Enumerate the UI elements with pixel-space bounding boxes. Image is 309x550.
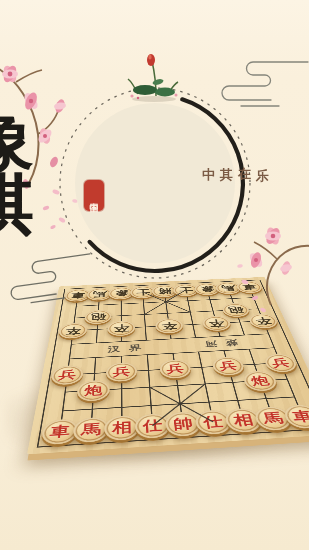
splash-screen[interactable]: 車馬象士將士象馬車砲砲卒卒卒卒卒兵兵兵兵兵炮炮車馬相仕帥仕相馬車 汉界 楚河 象… [0, 0, 309, 550]
app-title: 象 棋 [0, 110, 33, 237]
title-char-xiang: 象 [0, 110, 33, 173]
magnolia-branch-right-icon [231, 208, 309, 316]
lotus-pond-icon [124, 52, 186, 104]
china-seal-badge: 中国 [84, 180, 104, 211]
river-label-chu: 楚河 [195, 336, 240, 352]
tagline: 乐在其中 [199, 157, 271, 165]
river-label-han: 汉界 [107, 340, 150, 357]
logo-ring-icon [48, 76, 262, 290]
title-char-qi: 棋 [0, 173, 33, 236]
